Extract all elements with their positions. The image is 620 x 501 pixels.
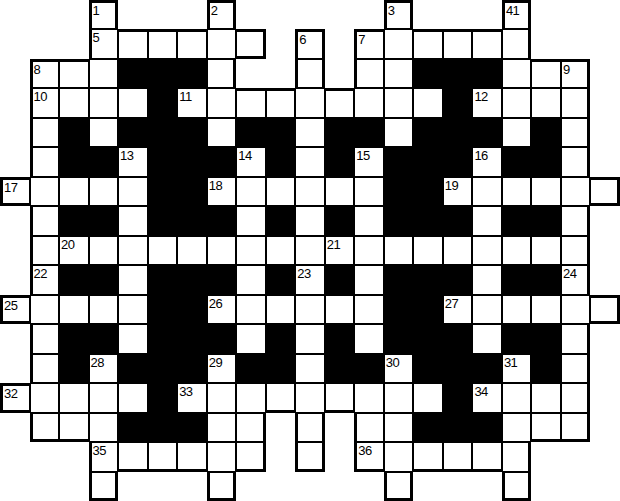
outside-area [236,0,266,29]
white-cell-r6c17[interactable] [502,177,532,206]
outside-area [590,0,620,29]
white-cell-r11c19[interactable] [561,324,591,353]
white-cell-r3c12[interactable] [354,88,384,117]
white-cell-r1c12[interactable]: 7 [354,29,384,58]
white-cell-r9c10[interactable]: 23 [295,265,325,294]
white-cell-r16c13[interactable] [384,472,414,501]
white-cell-r11c4[interactable] [118,324,148,353]
white-cell-r1c5[interactable] [148,29,178,58]
white-cell-r11c8[interactable] [236,324,266,353]
white-cell-r0c3[interactable]: 1 [89,0,119,29]
black-cell-r11c15 [443,324,473,353]
outside-area [118,472,148,501]
black-cell-r12c18 [531,354,561,383]
white-cell-r3c14[interactable] [413,88,443,117]
outside-area [177,0,207,29]
black-cell-r11c11 [325,324,355,353]
black-cell-r2c4 [118,59,148,88]
white-cell-r3c18[interactable] [531,88,561,117]
outside-area [266,29,296,58]
white-cell-r13c17[interactable] [502,383,532,412]
white-cell-r3c11[interactable] [325,88,355,117]
outside-area [148,472,178,501]
white-cell-r2c7[interactable] [207,59,237,88]
white-cell-r10c4[interactable] [118,295,148,324]
white-cell-r10c11[interactable] [325,295,355,324]
white-cell-r10c8[interactable] [236,295,266,324]
white-cell-r5c19[interactable] [561,147,591,176]
white-cell-r8c4[interactable] [118,236,148,265]
white-cell-r8c3[interactable] [89,236,119,265]
white-cell-r15c3[interactable]: 35 [89,442,119,471]
black-cell-r12c2 [59,354,89,383]
outside-area [325,442,355,471]
white-cell-r15c8[interactable] [236,442,266,471]
black-cell-r11c14 [413,324,443,353]
black-cell-r4c18 [531,118,561,147]
white-cell-r14c17[interactable] [502,413,532,442]
black-cell-r11c2 [59,324,89,353]
clue-number: 12 [474,89,487,104]
white-cell-r1c7[interactable] [207,29,237,58]
white-cell-r13c18[interactable] [531,383,561,412]
outside-area [0,442,30,471]
white-cell-r2c2[interactable] [59,59,89,88]
white-cell-r8c8[interactable] [236,236,266,265]
outside-area [531,472,561,501]
black-cell-r9c6 [177,265,207,294]
black-cell-r4c9 [266,118,296,147]
white-cell-r2c3[interactable] [89,59,119,88]
white-cell-r10c15[interactable]: 27 [443,295,473,324]
white-cell-r13c0[interactable]: 32 [0,383,30,412]
white-cell-r8c15[interactable] [443,236,473,265]
white-cell-r0c17[interactable]: 41 [502,0,532,29]
white-cell-r15c4[interactable] [118,442,148,471]
white-cell-r14c3[interactable] [89,413,119,442]
white-cell-r5c16[interactable]: 16 [472,147,502,176]
outside-area [118,0,148,29]
black-cell-r4c15 [443,118,473,147]
white-cell-r11c1[interactable] [30,324,60,353]
outside-area [0,118,30,147]
page: 1234156789101112131415161718192021222324… [0,0,620,501]
white-cell-r2c19[interactable]: 9 [561,59,591,88]
black-cell-r11c18 [531,324,561,353]
white-cell-r14c12[interactable] [354,413,384,442]
outside-area [590,206,620,235]
black-cell-r9c17 [502,265,532,294]
white-cell-r8c2[interactable]: 20 [59,236,89,265]
black-cell-r4c6 [177,118,207,147]
white-cell-r14c8[interactable] [236,413,266,442]
white-cell-r13c14[interactable] [413,383,443,412]
black-cell-r12c16 [472,354,502,383]
white-cell-r0c13[interactable]: 3 [384,0,414,29]
white-cell-r10c9[interactable] [266,295,296,324]
outside-area [590,324,620,353]
white-cell-r5c1[interactable] [30,147,60,176]
white-cell-r10c3[interactable] [89,295,119,324]
black-cell-r4c2 [59,118,89,147]
black-cell-r7c5 [148,206,178,235]
white-cell-r1c14[interactable] [413,29,443,58]
outside-area [590,472,620,501]
white-cell-r7c10[interactable] [295,206,325,235]
black-cell-r4c11 [325,118,355,147]
black-cell-r12c11 [325,354,355,383]
white-cell-r15c5[interactable] [148,442,178,471]
clue-number: 25 [4,298,17,313]
black-cell-r14c16 [472,413,502,442]
white-cell-r10c12[interactable] [354,295,384,324]
white-cell-r14c18[interactable] [531,413,561,442]
white-cell-r4c1[interactable] [30,118,60,147]
white-cell-r7c12[interactable] [354,206,384,235]
clue-number: 30 [386,355,399,370]
white-cell-r6c7[interactable]: 18 [207,177,237,206]
white-cell-r8c14[interactable] [413,236,443,265]
white-cell-r3c4[interactable] [118,88,148,117]
white-cell-r1c13[interactable] [384,29,414,58]
white-cell-r1c17[interactable] [502,29,532,58]
white-cell-r12c17[interactable]: 31 [502,354,532,383]
black-cell-r9c3 [89,265,119,294]
black-cell-r13c15 [443,383,473,412]
clue-number: 2 [211,3,218,18]
outside-area [266,413,296,442]
black-cell-r7c6 [177,206,207,235]
white-cell-r1c4[interactable] [118,29,148,58]
white-cell-r5c8[interactable]: 14 [236,147,266,176]
white-cell-r3c17[interactable] [502,88,532,117]
white-cell-r12c10[interactable] [295,354,325,383]
clue-number: 13 [120,148,133,163]
clue-number: 31 [504,355,517,370]
white-cell-r1c16[interactable] [472,29,502,58]
white-cell-r13c16[interactable]: 34 [472,383,502,412]
white-cell-r6c19[interactable] [561,177,591,206]
white-cell-r7c19[interactable] [561,206,591,235]
outside-area [0,59,30,88]
white-cell-r3c8[interactable] [236,88,266,117]
white-cell-r15c13[interactable] [384,442,414,471]
black-cell-r10c14 [413,295,443,324]
white-cell-r13c2[interactable] [59,383,89,412]
white-cell-r1c8[interactable] [236,29,266,58]
white-cell-r0c7[interactable]: 2 [207,0,237,29]
white-cell-r13c7[interactable] [207,383,237,412]
white-cell-r3c7[interactable] [207,88,237,117]
white-cell-r16c17[interactable] [502,472,532,501]
white-cell-r8c17[interactable] [502,236,532,265]
white-cell-r13c8[interactable] [236,383,266,412]
clue-number: 18 [209,178,222,193]
black-cell-r9c13 [384,265,414,294]
white-cell-r3c10[interactable] [295,88,325,117]
white-cell-r1c3[interactable]: 5 [89,29,119,58]
outside-area [590,265,620,294]
outside-area [0,265,30,294]
clue-number: 24 [563,266,576,281]
outside-area [325,59,355,88]
white-cell-r8c11[interactable]: 21 [325,236,355,265]
white-cell-r7c16[interactable] [472,206,502,235]
black-cell-r7c13 [384,206,414,235]
outside-area [561,29,591,58]
white-cell-r10c2[interactable] [59,295,89,324]
white-cell-r16c7[interactable] [207,472,237,501]
white-cell-r3c3[interactable] [89,88,119,117]
white-cell-r6c18[interactable] [531,177,561,206]
white-cell-r6c15[interactable]: 19 [443,177,473,206]
outside-area [236,472,266,501]
white-cell-r14c19[interactable] [561,413,591,442]
outside-area [443,472,473,501]
white-cell-r5c12[interactable]: 15 [354,147,384,176]
white-cell-r15c12[interactable]: 36 [354,442,384,471]
white-cell-r8c16[interactable] [472,236,502,265]
outside-area [590,236,620,265]
black-cell-r3c5 [148,88,178,117]
white-cell-r5c4[interactable]: 13 [118,147,148,176]
white-cell-r12c13[interactable]: 30 [384,354,414,383]
black-cell-r7c9 [266,206,296,235]
white-cell-r9c1[interactable]: 22 [30,265,60,294]
outside-area [590,413,620,442]
outside-area [59,472,89,501]
white-cell-r13c11[interactable] [325,383,355,412]
white-cell-r9c12[interactable] [354,265,384,294]
white-cell-r10c1[interactable] [30,295,60,324]
clue-number: 22 [34,266,47,281]
white-cell-r13c19[interactable] [561,383,591,412]
clue-number: 9 [563,62,570,77]
outside-area [354,0,384,29]
white-cell-r13c4[interactable] [118,383,148,412]
clue-number: 28 [91,355,104,370]
clue-number: 16 [474,148,487,163]
black-cell-r12c15 [443,354,473,383]
white-cell-r3c16[interactable]: 12 [472,88,502,117]
white-cell-r6c2[interactable] [59,177,89,206]
black-cell-r3c15 [443,88,473,117]
white-cell-r8c5[interactable] [148,236,178,265]
white-cell-r1c6[interactable] [177,29,207,58]
white-cell-r13c6[interactable]: 33 [177,383,207,412]
white-cell-r12c3[interactable]: 28 [89,354,119,383]
white-cell-r6c9[interactable] [266,177,296,206]
white-cell-r3c2[interactable] [59,88,89,117]
white-cell-r2c17[interactable] [502,59,532,88]
white-cell-r9c19[interactable]: 24 [561,265,591,294]
white-cell-r14c2[interactable] [59,413,89,442]
white-cell-r10c18[interactable] [531,295,561,324]
black-cell-r5c13 [384,147,414,176]
black-cell-r5c14 [413,147,443,176]
white-cell-r10c7[interactable]: 26 [207,295,237,324]
white-cell-r2c1[interactable]: 8 [30,59,60,88]
white-cell-r14c13[interactable] [384,413,414,442]
outside-area [0,29,30,58]
white-cell-r7c4[interactable] [118,206,148,235]
outside-area [0,354,30,383]
white-cell-r3c9[interactable] [266,88,296,117]
white-cell-r8c18[interactable] [531,236,561,265]
black-cell-r5c3 [89,147,119,176]
black-cell-r6c13 [384,177,414,206]
white-cell-r3c13[interactable] [384,88,414,117]
white-cell-r4c7[interactable] [207,118,237,147]
white-cell-r6c4[interactable] [118,177,148,206]
white-cell-r6c1[interactable] [30,177,60,206]
clue-number: 10 [34,89,47,104]
white-cell-r10c10[interactable] [295,295,325,324]
black-cell-r4c8 [236,118,266,147]
outside-area [0,88,30,117]
white-cell-r8c9[interactable] [266,236,296,265]
black-cell-r10c5 [148,295,178,324]
outside-area [266,0,296,29]
black-cell-r5c2 [59,147,89,176]
white-cell-r10c0[interactable]: 25 [0,295,30,324]
outside-area [590,88,620,117]
white-cell-r11c16[interactable] [472,324,502,353]
white-cell-r6c8[interactable] [236,177,266,206]
white-cell-r14c7[interactable] [207,413,237,442]
white-cell-r15c16[interactable] [472,442,502,471]
black-cell-r11c5 [148,324,178,353]
black-cell-r6c14 [413,177,443,206]
white-cell-r4c13[interactable] [384,118,414,147]
white-cell-r14c1[interactable] [30,413,60,442]
white-cell-r13c9[interactable] [266,383,296,412]
black-cell-r6c5 [148,177,178,206]
white-cell-r11c10[interactable] [295,324,325,353]
white-cell-r8c13[interactable] [384,236,414,265]
white-cell-r9c8[interactable] [236,265,266,294]
white-cell-r10c20[interactable] [590,295,620,324]
black-cell-r14c14 [413,413,443,442]
black-cell-r4c16 [472,118,502,147]
outside-area [531,442,561,471]
black-cell-r11c7 [207,324,237,353]
white-cell-r15c6[interactable] [177,442,207,471]
white-cell-r7c1[interactable] [30,206,60,235]
black-cell-r7c7 [207,206,237,235]
white-cell-r8c6[interactable] [177,236,207,265]
black-cell-r7c11 [325,206,355,235]
clue-number: 1 [93,3,100,18]
outside-area [325,0,355,29]
outside-area [472,0,502,29]
white-cell-r6c10[interactable] [295,177,325,206]
black-cell-r4c14 [413,118,443,147]
outside-area [0,206,30,235]
black-cell-r5c18 [531,147,561,176]
black-cell-r11c3 [89,324,119,353]
white-cell-r15c14[interactable] [413,442,443,471]
white-cell-r6c0[interactable]: 17 [0,177,30,206]
white-cell-r13c13[interactable] [384,383,414,412]
black-cell-r12c8 [236,354,266,383]
white-cell-r11c12[interactable] [354,324,384,353]
white-cell-r7c8[interactable] [236,206,266,235]
black-cell-r10c13 [384,295,414,324]
white-cell-r8c1[interactable] [30,236,60,265]
outside-area [561,442,591,471]
white-cell-r9c4[interactable] [118,265,148,294]
white-cell-r2c13[interactable] [384,59,414,88]
white-cell-r6c20[interactable] [590,177,620,206]
white-cell-r5c10[interactable] [295,147,325,176]
white-cell-r14c10[interactable] [295,413,325,442]
black-cell-r11c9 [266,324,296,353]
white-cell-r13c1[interactable] [30,383,60,412]
black-cell-r7c2 [59,206,89,235]
white-cell-r6c12[interactable] [354,177,384,206]
white-cell-r8c19[interactable] [561,236,591,265]
white-cell-r6c3[interactable] [89,177,119,206]
white-cell-r12c7[interactable]: 29 [207,354,237,383]
white-cell-r3c19[interactable] [561,88,591,117]
white-cell-r10c19[interactable] [561,295,591,324]
white-cell-r13c3[interactable] [89,383,119,412]
white-cell-r1c10[interactable]: 6 [295,29,325,58]
black-cell-r5c11 [325,147,355,176]
black-cell-r11c17 [502,324,532,353]
white-cell-r9c16[interactable] [472,265,502,294]
white-cell-r15c15[interactable] [443,442,473,471]
white-cell-r16c3[interactable] [89,472,119,501]
white-cell-r15c7[interactable] [207,442,237,471]
outside-area [325,29,355,58]
clue-number: 6 [299,32,306,47]
white-cell-r13c12[interactable] [354,383,384,412]
outside-area [295,472,325,501]
outside-area [30,472,60,501]
outside-area [590,383,620,412]
white-cell-r10c17[interactable] [502,295,532,324]
white-cell-r13c10[interactable] [295,383,325,412]
white-cell-r6c11[interactable] [325,177,355,206]
white-cell-r6c16[interactable] [472,177,502,206]
black-cell-r7c14 [413,206,443,235]
white-cell-r8c7[interactable] [207,236,237,265]
white-cell-r4c17[interactable] [502,118,532,147]
white-cell-r4c3[interactable] [89,118,119,147]
black-cell-r12c4 [118,354,148,383]
clue-number: 7 [358,32,365,47]
white-cell-r15c17[interactable] [502,442,532,471]
white-cell-r12c1[interactable] [30,354,60,383]
black-cell-r4c4 [118,118,148,147]
white-cell-r8c10[interactable] [295,236,325,265]
white-cell-r2c18[interactable] [531,59,561,88]
white-cell-r12c19[interactable] [561,354,591,383]
white-cell-r3c6[interactable]: 11 [177,88,207,117]
white-cell-r10c16[interactable] [472,295,502,324]
white-cell-r4c10[interactable] [295,118,325,147]
white-cell-r3c1[interactable]: 10 [30,88,60,117]
white-cell-r15c10[interactable] [295,442,325,471]
outside-area [590,147,620,176]
white-cell-r8c12[interactable] [354,236,384,265]
white-cell-r2c12[interactable] [354,59,384,88]
white-cell-r4c19[interactable] [561,118,591,147]
white-cell-r1c15[interactable] [443,29,473,58]
white-cell-r2c10[interactable] [295,59,325,88]
